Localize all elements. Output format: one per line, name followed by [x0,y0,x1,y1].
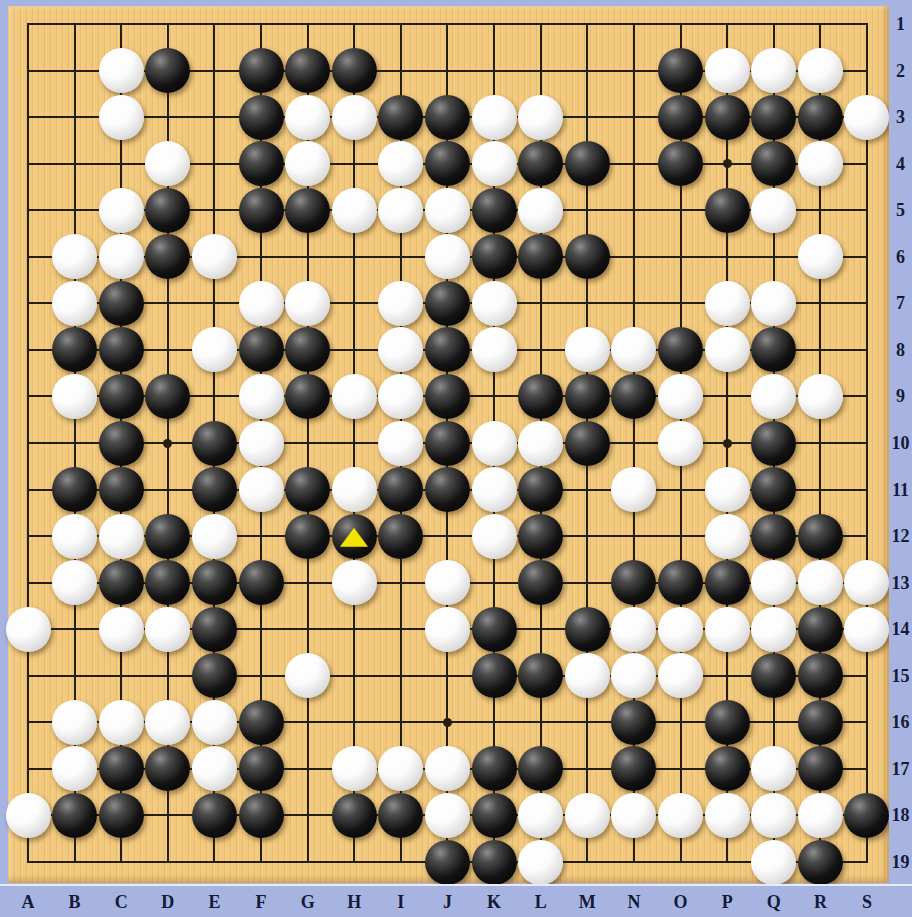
column-label-M: M [577,889,597,915]
stone-black [285,467,330,512]
stone-black [332,793,377,838]
stone-white [145,607,190,652]
column-label-G: G [298,889,318,915]
row-label-19: 19 [889,849,912,875]
stone-white [378,281,423,326]
stone-white [472,141,517,186]
stone-white [798,48,843,93]
stone-black [798,653,843,698]
stone-white [239,467,284,512]
stone-black [239,188,284,233]
stone-black [192,421,237,466]
stone-white [518,188,563,233]
stone-black [145,188,190,233]
column-label-E: E [204,889,224,915]
stone-black [378,793,423,838]
stone-black [192,653,237,698]
stone-white [145,700,190,745]
stone-black [472,793,517,838]
stone-white [99,607,144,652]
stone-black [705,95,750,140]
stone-white [425,188,470,233]
row-label-6: 6 [889,244,912,270]
grid-line-horizontal [27,675,868,677]
stone-white [472,514,517,559]
column-label-D: D [158,889,178,915]
stone-white [658,374,703,419]
stone-white [332,746,377,791]
stone-white [52,374,97,419]
stone-black [99,746,144,791]
stone-white [751,48,796,93]
stone-white [332,188,377,233]
stone-black [565,607,610,652]
star-point [443,718,452,727]
stone-black [99,327,144,372]
column-label-B: B [65,889,85,915]
stone-white [52,560,97,605]
stone-black [472,653,517,698]
row-label-12: 12 [889,523,912,549]
stone-black [239,746,284,791]
stone-white [425,793,470,838]
grid-line-vertical [866,23,868,863]
stone-black [52,467,97,512]
stone-white [192,514,237,559]
stone-white [192,700,237,745]
row-label-1: 1 [889,11,912,37]
stone-white [798,374,843,419]
stone-white [99,700,144,745]
stone-white [332,467,377,512]
stone-white [705,48,750,93]
stone-white [658,607,703,652]
column-label-O: O [671,889,691,915]
stone-black [99,467,144,512]
row-label-13: 13 [889,570,912,596]
stone-white [705,514,750,559]
stone-white [52,700,97,745]
stone-black [658,48,703,93]
stone-black [192,560,237,605]
column-label-C: C [111,889,131,915]
column-label-N: N [624,889,644,915]
star-point [163,439,172,448]
column-coordinates-bar: ABCDEFGHIJKLMNOPQRS [0,884,912,917]
stone-black [472,746,517,791]
stone-white [751,374,796,419]
stone-black [285,374,330,419]
column-label-R: R [810,889,830,915]
stone-white [99,188,144,233]
stone-black [192,467,237,512]
row-label-5: 5 [889,197,912,223]
stone-white [798,234,843,279]
stone-white [751,188,796,233]
stone-black [798,607,843,652]
stone-black [472,607,517,652]
column-label-A: A [18,889,38,915]
stone-white [99,95,144,140]
stone-black [751,467,796,512]
stone-white [6,607,51,652]
stone-white [192,234,237,279]
stone-black [751,95,796,140]
stone-white [751,840,796,885]
stone-black [565,141,610,186]
stone-black [705,188,750,233]
stone-black [751,421,796,466]
stone-white [472,95,517,140]
stone-black [518,514,563,559]
row-label-8: 8 [889,337,912,363]
stone-black [425,95,470,140]
stone-black [658,560,703,605]
stone-white [705,607,750,652]
stone-white [751,281,796,326]
stone-black [145,514,190,559]
stone-white [844,95,889,140]
stone-black [239,48,284,93]
stone-black [285,48,330,93]
row-label-7: 7 [889,290,912,316]
stone-white [705,467,750,512]
column-label-K: K [484,889,504,915]
stone-white [518,95,563,140]
stone-black [239,95,284,140]
row-label-3: 3 [889,104,912,130]
stone-black [472,234,517,279]
row-label-10: 10 [889,430,912,456]
row-label-18: 18 [889,802,912,828]
stone-white [425,560,470,605]
stone-black [425,281,470,326]
stone-white [285,95,330,140]
stone-white [844,607,889,652]
stone-white [565,327,610,372]
row-label-2: 2 [889,58,912,84]
stone-white [565,793,610,838]
stone-white [425,234,470,279]
stone-black [239,141,284,186]
stone-white [332,95,377,140]
stone-black [99,793,144,838]
stone-black [192,607,237,652]
stone-black [99,374,144,419]
stone-black [239,327,284,372]
row-label-9: 9 [889,383,912,409]
stone-black [378,95,423,140]
stone-black [705,746,750,791]
stone-black [425,141,470,186]
row-label-17: 17 [889,756,912,782]
stone-white [52,514,97,559]
stone-black [332,48,377,93]
column-label-H: H [344,889,364,915]
stone-black [518,374,563,419]
stone-black [239,700,284,745]
column-label-J: J [437,889,457,915]
stone-black [425,374,470,419]
stone-white [518,840,563,885]
stone-black [565,374,610,419]
stone-white [52,281,97,326]
column-label-L: L [531,889,551,915]
stone-white [518,421,563,466]
stone-white [332,560,377,605]
stone-black [798,514,843,559]
stone-white [798,141,843,186]
stone-black [99,281,144,326]
stone-white [285,141,330,186]
stone-black [611,700,656,745]
star-point [723,439,732,448]
stone-black [239,560,284,605]
column-label-S: S [857,889,877,915]
stone-white [239,421,284,466]
stone-white [6,793,51,838]
stone-white [472,421,517,466]
stone-black [239,793,284,838]
stone-white [378,374,423,419]
stone-black [658,95,703,140]
row-label-14: 14 [889,616,912,642]
stone-black [99,560,144,605]
stone-white [239,281,284,326]
stone-white [518,793,563,838]
stone-black [425,840,470,885]
star-point [723,159,732,168]
stone-white [472,281,517,326]
stone-black [285,514,330,559]
row-label-16: 16 [889,709,912,735]
stone-black [705,560,750,605]
stone-white [705,281,750,326]
stone-white [425,607,470,652]
stone-white [472,327,517,372]
stone-black [751,514,796,559]
stone-white [705,327,750,372]
stone-white [798,793,843,838]
stone-black [332,514,377,559]
stone-white [611,607,656,652]
stone-white [472,467,517,512]
stone-black [798,746,843,791]
stone-white [99,514,144,559]
stone-white [658,421,703,466]
go-game-window: ABCDEFGHIJKLMNOPQRS 12345678910111213141… [0,0,912,917]
stone-black [565,421,610,466]
stone-black [798,700,843,745]
stone-white [378,188,423,233]
row-label-11: 11 [889,477,912,503]
stone-white [378,421,423,466]
stone-white [751,793,796,838]
stone-black [99,421,144,466]
column-label-Q: Q [764,889,784,915]
row-label-15: 15 [889,663,912,689]
row-coordinates-bar: 12345678910111213141516171819 [889,0,912,884]
stone-white [658,793,703,838]
stone-black [705,700,750,745]
column-label-I: I [391,889,411,915]
row-label-4: 4 [889,151,912,177]
stone-white [99,48,144,93]
stone-black [658,141,703,186]
stone-black [192,793,237,838]
stone-white [239,374,284,419]
stone-black [472,840,517,885]
stone-black [52,793,97,838]
column-label-P: P [717,889,737,915]
stone-black [425,467,470,512]
stone-black [472,188,517,233]
stone-white [332,374,377,419]
stone-black [145,374,190,419]
stone-white [99,234,144,279]
stone-black [518,467,563,512]
stone-white [751,607,796,652]
stone-white [705,793,750,838]
stone-white [798,560,843,605]
stone-white [285,281,330,326]
stone-black [285,188,330,233]
stone-black [378,514,423,559]
stone-white [565,653,610,698]
stone-black [425,421,470,466]
stone-black [565,234,610,279]
stone-black [798,95,843,140]
column-label-F: F [251,889,271,915]
last-move-triangle-marker [340,528,368,547]
stone-black [798,840,843,885]
